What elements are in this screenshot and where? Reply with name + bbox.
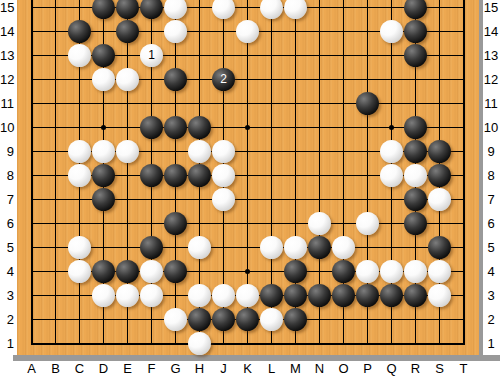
stone-white-R8 [404, 164, 427, 187]
stone-black-S5 [428, 236, 451, 259]
row-label-right-8: 8 [482, 168, 500, 184]
row-label-right-15: 15 [482, 0, 500, 16]
column-label-C: C [70, 361, 90, 377]
grid-line-horizontal-6 [31, 223, 465, 224]
stone-black-D13 [92, 44, 115, 67]
row-label-left-8: 8 [0, 168, 14, 184]
stone-black-O4 [332, 260, 355, 283]
row-label-right-1: 1 [482, 336, 500, 352]
stone-black-H8 [188, 164, 211, 187]
stone-black-F5 [140, 236, 163, 259]
grid-line-vertical-T [463, 0, 465, 345]
column-label-P: P [358, 361, 378, 377]
stone-white-N6 [308, 212, 331, 235]
stone-white-E9 [116, 140, 139, 163]
stone-black-H2 [188, 308, 211, 331]
stone-black-R13 [404, 44, 427, 67]
stone-white-F13-move-1: 1 [140, 44, 163, 67]
stone-black-R3 [404, 284, 427, 307]
column-label-D: D [94, 361, 114, 377]
row-label-right-7: 7 [482, 192, 500, 208]
column-label-L: L [262, 361, 282, 377]
stone-white-F4 [140, 260, 163, 283]
stone-white-O5 [332, 236, 355, 259]
star-point-D10 [101, 125, 106, 130]
row-label-left-5: 5 [0, 240, 14, 256]
stone-white-H9 [188, 140, 211, 163]
stone-black-R15 [404, 0, 427, 19]
stone-white-H3 [188, 284, 211, 307]
stone-white-Q9 [380, 140, 403, 163]
column-label-R: R [406, 361, 426, 377]
stone-white-E3 [116, 284, 139, 307]
stone-white-Q14 [380, 20, 403, 43]
column-label-T: T [454, 361, 474, 377]
row-label-left-4: 4 [0, 264, 14, 280]
stone-black-F8 [140, 164, 163, 187]
stone-black-P3 [356, 284, 379, 307]
stone-black-N3 [308, 284, 331, 307]
stone-white-C5 [68, 236, 91, 259]
column-label-H: H [190, 361, 210, 377]
stone-white-C13 [68, 44, 91, 67]
column-label-K: K [238, 361, 258, 377]
column-label-O: O [334, 361, 354, 377]
stone-white-J3 [212, 284, 235, 307]
stone-black-Q3 [380, 284, 403, 307]
row-label-right-2: 2 [482, 312, 500, 328]
stone-white-G2 [164, 308, 187, 331]
stone-white-G14 [164, 20, 187, 43]
stone-black-C14 [68, 20, 91, 43]
stone-white-K14 [236, 20, 259, 43]
stone-white-G15 [164, 0, 187, 19]
column-label-M: M [286, 361, 306, 377]
stone-black-R14 [404, 20, 427, 43]
stone-white-E12 [116, 68, 139, 91]
stone-black-R7 [404, 188, 427, 211]
star-point-Q10 [389, 125, 394, 130]
row-label-right-5: 5 [482, 240, 500, 256]
stone-white-L15 [260, 0, 283, 19]
grid-line-horizontal-11 [31, 103, 465, 104]
stone-black-D15 [92, 0, 115, 19]
stone-white-C8 [68, 164, 91, 187]
stone-white-H5 [188, 236, 211, 259]
stone-black-G8 [164, 164, 187, 187]
stone-white-L2 [260, 308, 283, 331]
stone-black-E14 [116, 20, 139, 43]
stone-black-M2 [284, 308, 307, 331]
column-label-F: F [142, 361, 162, 377]
row-label-left-1: 1 [0, 336, 14, 352]
stone-black-F10 [140, 116, 163, 139]
stone-black-D7 [92, 188, 115, 211]
stone-black-K2 [236, 308, 259, 331]
stone-black-J12-move-2: 2 [212, 68, 235, 91]
column-label-A: A [22, 361, 42, 377]
row-label-right-14: 14 [482, 24, 500, 40]
stone-black-N5 [308, 236, 331, 259]
row-label-right-3: 3 [482, 288, 500, 304]
row-label-left-15: 15 [0, 0, 14, 16]
row-label-left-3: 3 [0, 288, 14, 304]
stone-white-H1 [188, 332, 211, 355]
stone-black-H10 [188, 116, 211, 139]
stone-black-G10 [164, 116, 187, 139]
stone-white-D12 [92, 68, 115, 91]
stone-white-L5 [260, 236, 283, 259]
row-label-left-9: 9 [0, 144, 14, 160]
stone-black-L3 [260, 284, 283, 307]
row-label-left-6: 6 [0, 216, 14, 232]
stone-white-Q8 [380, 164, 403, 187]
go-board-viewer: 1215151414131312121111101099887766554433… [0, 0, 500, 380]
column-label-S: S [430, 361, 450, 377]
stone-black-J2 [212, 308, 235, 331]
stone-white-M15 [284, 0, 307, 19]
stone-white-P6 [356, 212, 379, 235]
stone-black-R9 [404, 140, 427, 163]
row-label-left-7: 7 [0, 192, 14, 208]
stone-black-F15 [140, 0, 163, 19]
column-label-J: J [214, 361, 234, 377]
stone-black-S8 [428, 164, 451, 187]
stone-white-J9 [212, 140, 235, 163]
stone-black-D4 [92, 260, 115, 283]
stone-white-K3 [236, 284, 259, 307]
stone-white-J7 [212, 188, 235, 211]
row-label-left-13: 13 [0, 48, 14, 64]
stone-black-G6 [164, 212, 187, 235]
column-label-B: B [46, 361, 66, 377]
column-label-E: E [118, 361, 138, 377]
stone-black-M3 [284, 284, 307, 307]
stone-white-J15 [212, 0, 235, 19]
row-label-right-13: 13 [482, 48, 500, 64]
stone-white-C9 [68, 140, 91, 163]
stone-white-R4 [404, 260, 427, 283]
stone-white-Q4 [380, 260, 403, 283]
row-label-left-10: 10 [0, 120, 14, 136]
stone-black-M4 [284, 260, 307, 283]
stone-black-G4 [164, 260, 187, 283]
stone-black-P11 [356, 92, 379, 115]
row-label-right-12: 12 [482, 72, 500, 88]
row-label-right-10: 10 [482, 120, 500, 136]
row-label-right-11: 11 [482, 96, 500, 112]
column-label-Q: Q [382, 361, 402, 377]
stone-white-D9 [92, 140, 115, 163]
grid-line-horizontal-5 [31, 247, 465, 248]
stone-black-E4 [116, 260, 139, 283]
stone-black-E15 [116, 0, 139, 19]
row-label-right-9: 9 [482, 144, 500, 160]
stone-black-D8 [92, 164, 115, 187]
stone-white-P4 [356, 260, 379, 283]
row-label-left-2: 2 [0, 312, 14, 328]
stone-black-R10 [404, 116, 427, 139]
row-label-left-14: 14 [0, 24, 14, 40]
row-label-left-11: 11 [0, 96, 14, 112]
grid-line-vertical-A [31, 0, 33, 345]
stone-black-R6 [404, 212, 427, 235]
grid-line-horizontal-1 [31, 343, 465, 345]
stone-white-S4 [428, 260, 451, 283]
stone-white-S3 [428, 284, 451, 307]
row-label-right-6: 6 [482, 216, 500, 232]
star-point-K10 [245, 125, 250, 130]
stone-white-C4 [68, 260, 91, 283]
go-board[interactable]: 1215151414131312121111101099887766554433… [0, 0, 500, 380]
stone-white-D3 [92, 284, 115, 307]
star-point-K4 [245, 269, 250, 274]
grid-line-vertical-B [55, 0, 56, 345]
row-label-right-4: 4 [482, 264, 500, 280]
stone-white-J8 [212, 164, 235, 187]
stone-white-M5 [284, 236, 307, 259]
column-label-N: N [310, 361, 330, 377]
stone-white-S7 [428, 188, 451, 211]
column-label-G: G [166, 361, 186, 377]
stone-black-S9 [428, 140, 451, 163]
stone-white-F3 [140, 284, 163, 307]
stone-black-O3 [332, 284, 355, 307]
row-label-left-12: 12 [0, 72, 14, 88]
stone-black-G12 [164, 68, 187, 91]
